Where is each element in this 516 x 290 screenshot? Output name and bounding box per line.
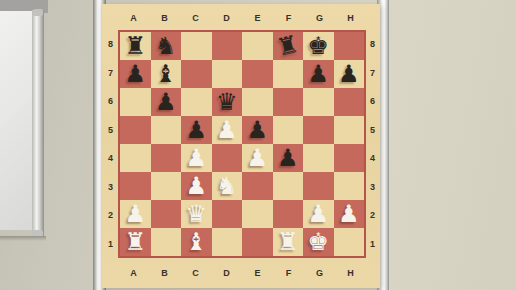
- square-g8[interactable]: ♚: [303, 32, 334, 60]
- rank-label-left: 3: [104, 173, 117, 202]
- square-c7[interactable]: [181, 60, 212, 88]
- square-e6[interactable]: [242, 88, 273, 116]
- file-label-top: G: [304, 11, 335, 25]
- file-label-top: A: [118, 11, 149, 25]
- square-h7[interactable]: ♟: [334, 60, 365, 88]
- square-a2[interactable]: ♟: [120, 200, 151, 228]
- square-e4[interactable]: ♟: [242, 144, 273, 172]
- file-label-bottom: E: [242, 266, 273, 280]
- rank-label-right: 4: [366, 144, 379, 173]
- rank-label-left: 2: [104, 201, 117, 230]
- white-bishop-c1[interactable]: ♝: [185, 230, 207, 254]
- square-e8[interactable]: [242, 32, 273, 60]
- square-c3[interactable]: ♟: [181, 172, 212, 200]
- square-a3[interactable]: [120, 172, 151, 200]
- square-d2[interactable]: [212, 200, 243, 228]
- black-pawn-e5[interactable]: ♟: [246, 118, 268, 142]
- file-label-top: D: [211, 11, 242, 25]
- white-rook-a1[interactable]: ♜: [124, 230, 146, 254]
- square-a6[interactable]: [120, 88, 151, 116]
- square-b2[interactable]: [151, 200, 182, 228]
- white-pawn-d5[interactable]: ♟: [216, 118, 238, 142]
- square-a4[interactable]: [120, 144, 151, 172]
- black-king-g8[interactable]: ♚: [307, 34, 329, 58]
- rank-label-left: 5: [104, 116, 117, 145]
- square-g6[interactable]: [303, 88, 334, 116]
- square-e3[interactable]: [242, 172, 273, 200]
- file-label-bottom: F: [273, 266, 304, 280]
- whiteboard-frame-corner: [33, 9, 43, 16]
- square-c2[interactable]: ♛: [181, 200, 212, 228]
- classroom-wall: ABCDEFGH ABCDEFGH 87654321 87654321 ♜♞♜♚…: [0, 0, 516, 290]
- white-pawn-c3[interactable]: ♟: [185, 174, 207, 198]
- file-labels-bottom: ABCDEFGH: [118, 266, 366, 280]
- square-c1[interactable]: ♝: [181, 228, 212, 256]
- square-c6[interactable]: [181, 88, 212, 116]
- square-f4[interactable]: ♟: [273, 144, 304, 172]
- square-d8[interactable]: [212, 32, 243, 60]
- square-b1[interactable]: [151, 228, 182, 256]
- file-label-bottom: D: [211, 266, 242, 280]
- square-b3[interactable]: [151, 172, 182, 200]
- rank-label-right: 7: [366, 59, 379, 88]
- square-e2[interactable]: [242, 200, 273, 228]
- black-pawn-h7[interactable]: ♟: [338, 62, 360, 86]
- demo-chessboard-sheet: ABCDEFGH ABCDEFGH 87654321 87654321 ♜♞♜♚…: [102, 4, 380, 288]
- file-label-bottom: G: [304, 266, 335, 280]
- square-g3[interactable]: [303, 172, 334, 200]
- square-a8[interactable]: ♜: [120, 32, 151, 60]
- square-c8[interactable]: [181, 32, 212, 60]
- rank-label-left: 6: [104, 87, 117, 116]
- square-h6[interactable]: [334, 88, 365, 116]
- square-f5[interactable]: [273, 116, 304, 144]
- file-label-top: C: [180, 11, 211, 25]
- rank-label-right: 3: [366, 173, 379, 202]
- white-rook-f1[interactable]: ♜: [277, 230, 299, 254]
- square-f6[interactable]: [273, 88, 304, 116]
- rank-label-right: 2: [366, 201, 379, 230]
- square-h2[interactable]: ♟: [334, 200, 365, 228]
- square-b7[interactable]: ♝: [151, 60, 182, 88]
- rank-label-left: 7: [104, 59, 117, 88]
- white-pawn-e4[interactable]: ♟: [246, 146, 268, 170]
- square-b4[interactable]: [151, 144, 182, 172]
- black-pawn-c5[interactable]: ♟: [185, 118, 207, 142]
- square-g4[interactable]: [303, 144, 334, 172]
- square-f7[interactable]: [273, 60, 304, 88]
- square-e7[interactable]: [242, 60, 273, 88]
- rank-label-left: 4: [104, 144, 117, 173]
- board-grid: ♜♞♜♚♟♝♟♟♟♛♟♟♟♟♟♟♟♞♟♛♟♟♜♝♜♚: [118, 30, 366, 258]
- square-a5[interactable]: [120, 116, 151, 144]
- square-d5[interactable]: ♟: [212, 116, 243, 144]
- file-label-top: B: [149, 11, 180, 25]
- white-king-g1[interactable]: ♚: [307, 230, 329, 254]
- square-f3[interactable]: [273, 172, 304, 200]
- square-b8[interactable]: ♞: [151, 32, 182, 60]
- square-h5[interactable]: [334, 116, 365, 144]
- square-h4[interactable]: [334, 144, 365, 172]
- square-d3[interactable]: ♞: [212, 172, 243, 200]
- black-pawn-g7[interactable]: ♟: [307, 62, 329, 86]
- white-pawn-a2[interactable]: ♟: [124, 202, 146, 226]
- file-label-bottom: B: [149, 266, 180, 280]
- square-a1[interactable]: ♜: [120, 228, 151, 256]
- file-label-top: E: [242, 11, 273, 25]
- file-label-bottom: H: [335, 266, 366, 280]
- square-b6[interactable]: ♟: [151, 88, 182, 116]
- square-d7[interactable]: [212, 60, 243, 88]
- white-pawn-h2[interactable]: ♟: [338, 202, 360, 226]
- file-label-bottom: C: [180, 266, 211, 280]
- black-rook-a8[interactable]: ♜: [124, 34, 146, 58]
- rank-label-right: 6: [366, 87, 379, 116]
- square-d4[interactable]: [212, 144, 243, 172]
- square-f2[interactable]: [273, 200, 304, 228]
- whiteboard: [0, 11, 34, 230]
- whiteboard-frame: [32, 10, 44, 236]
- black-queen-d6[interactable]: ♛: [216, 90, 238, 114]
- square-e1[interactable]: [242, 228, 273, 256]
- square-e5[interactable]: ♟: [242, 116, 273, 144]
- rank-labels-right: 87654321: [366, 30, 379, 258]
- black-pawn-f4[interactable]: ♟: [277, 146, 299, 170]
- file-label-bottom: A: [118, 266, 149, 280]
- rank-labels-left: 87654321: [104, 30, 117, 258]
- square-g5[interactable]: [303, 116, 334, 144]
- rank-label-left: 8: [104, 30, 117, 59]
- file-label-top: F: [273, 11, 304, 25]
- black-bishop-b7[interactable]: ♝: [155, 62, 177, 86]
- white-knight-d3[interactable]: ♞: [216, 174, 238, 198]
- square-a7[interactable]: ♟: [120, 60, 151, 88]
- square-g1[interactable]: ♚: [303, 228, 334, 256]
- black-knight-b8[interactable]: ♞: [155, 34, 177, 58]
- file-label-top: H: [335, 11, 366, 25]
- square-h8[interactable]: [334, 32, 365, 60]
- black-rook-f8[interactable]: ♜: [274, 32, 301, 60]
- rank-label-left: 1: [104, 230, 117, 259]
- square-g7[interactable]: ♟: [303, 60, 334, 88]
- square-f1[interactable]: ♜: [273, 228, 304, 256]
- white-pawn-c4[interactable]: ♟: [185, 146, 207, 170]
- whiteboard-shadow: [0, 236, 46, 241]
- black-pawn-b6[interactable]: ♟: [155, 90, 177, 114]
- square-g2[interactable]: ♟: [303, 200, 334, 228]
- square-d6[interactable]: ♛: [212, 88, 243, 116]
- square-h3[interactable]: [334, 172, 365, 200]
- black-pawn-a7[interactable]: ♟: [124, 62, 146, 86]
- white-pawn-g2[interactable]: ♟: [307, 202, 329, 226]
- square-c4[interactable]: ♟: [181, 144, 212, 172]
- square-h1[interactable]: [334, 228, 365, 256]
- square-b5[interactable]: [151, 116, 182, 144]
- rank-label-right: 1: [366, 230, 379, 259]
- square-f8[interactable]: ♜: [273, 32, 304, 60]
- file-labels-top: ABCDEFGH: [118, 11, 366, 25]
- rank-label-right: 5: [366, 116, 379, 145]
- square-c5[interactable]: ♟: [181, 116, 212, 144]
- white-queen-c2[interactable]: ♛: [185, 202, 207, 226]
- rank-label-right: 8: [366, 30, 379, 59]
- square-d1[interactable]: [212, 228, 243, 256]
